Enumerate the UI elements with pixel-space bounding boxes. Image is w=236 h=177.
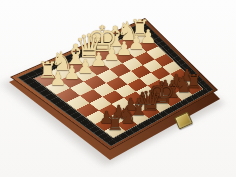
- chess-set-photo: ♜♞♝♛♚♝♞♜♟♟♟♟♟♟♟♟♟♟♟♟♟♟♟♟♜♞♝♛♚♝♞♜: [0, 0, 236, 177]
- chess-board: [10, 18, 218, 150]
